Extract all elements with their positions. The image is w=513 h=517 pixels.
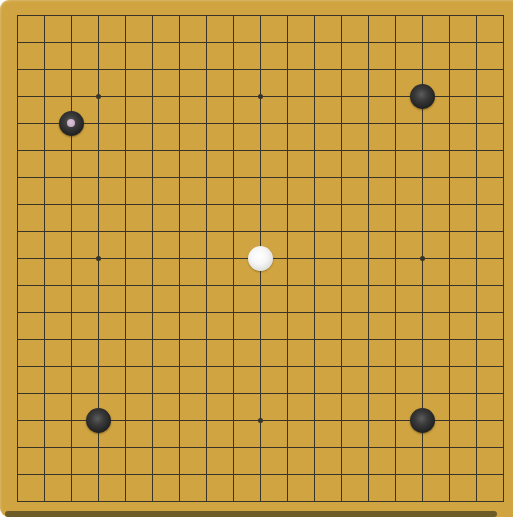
board-cell[interactable] <box>139 326 166 353</box>
board-cell[interactable] <box>382 2 409 29</box>
board-cell[interactable] <box>355 137 382 164</box>
board-cell[interactable] <box>139 272 166 299</box>
board-cell[interactable] <box>247 353 274 380</box>
board-cell[interactable] <box>31 164 58 191</box>
board-cell[interactable] <box>58 461 85 488</box>
board-cell[interactable] <box>193 191 220 218</box>
board-cell[interactable] <box>274 407 301 434</box>
board-cell[interactable] <box>490 353 513 380</box>
board-cell[interactable] <box>382 299 409 326</box>
board-cell[interactable] <box>409 380 436 407</box>
board-cell[interactable] <box>4 299 31 326</box>
board-cell[interactable] <box>328 164 355 191</box>
board-cell[interactable] <box>193 164 220 191</box>
board-cell[interactable] <box>328 407 355 434</box>
board-cell[interactable] <box>328 299 355 326</box>
board-cell[interactable] <box>328 488 355 515</box>
board-cell[interactable] <box>4 2 31 29</box>
board-cell[interactable] <box>490 326 513 353</box>
board-cell[interactable] <box>490 299 513 326</box>
board-cell[interactable] <box>85 218 112 245</box>
board-cell[interactable] <box>463 326 490 353</box>
board-cell[interactable] <box>382 164 409 191</box>
board-cell[interactable] <box>274 353 301 380</box>
board-cell[interactable] <box>31 461 58 488</box>
board-cell[interactable] <box>166 434 193 461</box>
board-cell[interactable] <box>274 434 301 461</box>
black-stone[interactable]: ● <box>59 111 84 136</box>
board-cell[interactable] <box>301 83 328 110</box>
board-cell[interactable] <box>355 272 382 299</box>
board-cell[interactable] <box>247 164 274 191</box>
board-cell[interactable] <box>193 110 220 137</box>
board-cell[interactable] <box>112 164 139 191</box>
board-cell[interactable] <box>139 137 166 164</box>
board-cell[interactable] <box>247 56 274 83</box>
board-cell[interactable] <box>139 461 166 488</box>
board-cell[interactable] <box>463 2 490 29</box>
board-cell[interactable] <box>328 461 355 488</box>
board-cell[interactable] <box>166 380 193 407</box>
board-cell[interactable] <box>58 380 85 407</box>
board-cell[interactable] <box>301 488 328 515</box>
board-cell[interactable] <box>220 272 247 299</box>
board-cell[interactable] <box>31 110 58 137</box>
board-cell[interactable] <box>193 380 220 407</box>
board-cell[interactable] <box>112 353 139 380</box>
board-cell[interactable] <box>328 56 355 83</box>
board-cell[interactable] <box>85 299 112 326</box>
board-cell[interactable] <box>436 488 463 515</box>
board-cell[interactable] <box>409 164 436 191</box>
board-cell[interactable] <box>85 56 112 83</box>
board-cell[interactable] <box>58 299 85 326</box>
board-cell[interactable] <box>4 83 31 110</box>
board-cell[interactable] <box>490 164 513 191</box>
board-cell[interactable] <box>31 56 58 83</box>
board-cell[interactable] <box>112 272 139 299</box>
board-cell[interactable] <box>4 164 31 191</box>
board-cell[interactable] <box>220 137 247 164</box>
board-cell[interactable] <box>220 2 247 29</box>
board-cell[interactable] <box>247 299 274 326</box>
board-cell[interactable] <box>463 137 490 164</box>
board-cell[interactable] <box>220 488 247 515</box>
board-cell[interactable] <box>355 434 382 461</box>
board-cell[interactable] <box>328 380 355 407</box>
board-cell[interactable] <box>463 461 490 488</box>
board-cell[interactable] <box>436 245 463 272</box>
board-cell[interactable] <box>436 434 463 461</box>
board-cell[interactable] <box>220 29 247 56</box>
board-cell[interactable] <box>382 110 409 137</box>
board-cell[interactable] <box>463 434 490 461</box>
board-cell[interactable] <box>436 353 463 380</box>
board-cell[interactable] <box>490 191 513 218</box>
board-cell[interactable] <box>193 461 220 488</box>
board-cell[interactable] <box>463 29 490 56</box>
board-cell[interactable] <box>463 56 490 83</box>
board-cell[interactable] <box>4 245 31 272</box>
board-cell[interactable] <box>31 29 58 56</box>
board-cell[interactable] <box>85 434 112 461</box>
board-cell[interactable] <box>382 380 409 407</box>
board-cell[interactable] <box>139 29 166 56</box>
board-cell[interactable] <box>247 326 274 353</box>
board-cell[interactable] <box>112 2 139 29</box>
board-cell[interactable] <box>4 488 31 515</box>
board-cell[interactable] <box>112 218 139 245</box>
board-cell[interactable] <box>382 434 409 461</box>
board-cell[interactable] <box>112 488 139 515</box>
board-cell[interactable] <box>409 326 436 353</box>
board-cell[interactable] <box>4 56 31 83</box>
board-cell[interactable] <box>31 488 58 515</box>
board-cell[interactable] <box>490 380 513 407</box>
board-cell[interactable] <box>220 56 247 83</box>
board-cell[interactable] <box>31 380 58 407</box>
board-cell[interactable] <box>4 29 31 56</box>
board-cell[interactable] <box>85 488 112 515</box>
board-cell[interactable] <box>274 380 301 407</box>
board-cell[interactable] <box>328 137 355 164</box>
board-cell[interactable] <box>382 29 409 56</box>
board-cell[interactable] <box>85 110 112 137</box>
board-cell[interactable] <box>409 137 436 164</box>
board-cell[interactable] <box>58 83 85 110</box>
board-cell[interactable] <box>247 2 274 29</box>
board-cell[interactable] <box>193 2 220 29</box>
board-cell[interactable] <box>463 488 490 515</box>
board-cell[interactable] <box>355 488 382 515</box>
board-cell[interactable] <box>301 2 328 29</box>
board-cell[interactable] <box>463 191 490 218</box>
board-cell[interactable] <box>301 218 328 245</box>
board-cell[interactable] <box>112 299 139 326</box>
board-cell[interactable] <box>4 191 31 218</box>
board-cell[interactable] <box>58 353 85 380</box>
board-cell[interactable] <box>85 326 112 353</box>
board-cell[interactable] <box>274 218 301 245</box>
board-cell[interactable] <box>436 110 463 137</box>
board-cell[interactable] <box>436 29 463 56</box>
board-cell[interactable] <box>274 488 301 515</box>
board-cell[interactable] <box>58 191 85 218</box>
board-cell[interactable] <box>139 83 166 110</box>
board-cell[interactable] <box>139 2 166 29</box>
board-cell[interactable] <box>409 272 436 299</box>
board-cell[interactable] <box>85 272 112 299</box>
board-cell[interactable] <box>247 488 274 515</box>
board-cell[interactable] <box>247 137 274 164</box>
board-cell[interactable] <box>436 299 463 326</box>
board-cell[interactable] <box>193 83 220 110</box>
board-cell[interactable] <box>355 29 382 56</box>
board-cell[interactable] <box>409 29 436 56</box>
board-cell[interactable] <box>220 245 247 272</box>
board-cell[interactable] <box>4 434 31 461</box>
board-cell[interactable] <box>274 245 301 272</box>
board-cell[interactable] <box>31 434 58 461</box>
board-cell[interactable] <box>166 326 193 353</box>
board-cell[interactable] <box>274 299 301 326</box>
board-cell[interactable] <box>58 326 85 353</box>
board-cell[interactable] <box>355 326 382 353</box>
board-cell[interactable] <box>58 164 85 191</box>
board-cell[interactable] <box>220 380 247 407</box>
board-cell[interactable] <box>112 56 139 83</box>
board-cell[interactable] <box>193 56 220 83</box>
board-cell[interactable] <box>139 110 166 137</box>
board-cell[interactable] <box>463 407 490 434</box>
board-cell[interactable] <box>139 380 166 407</box>
board-cell[interactable] <box>436 83 463 110</box>
board-cell[interactable] <box>490 407 513 434</box>
board-cell[interactable] <box>85 353 112 380</box>
board-cell[interactable] <box>436 461 463 488</box>
board-cell[interactable] <box>31 272 58 299</box>
board-cell[interactable] <box>328 2 355 29</box>
board-cell[interactable] <box>355 2 382 29</box>
board-cell[interactable] <box>463 299 490 326</box>
board-cell[interactable] <box>166 488 193 515</box>
board-cell[interactable] <box>193 434 220 461</box>
board-cell[interactable] <box>166 56 193 83</box>
board-cell[interactable] <box>382 326 409 353</box>
board-cell[interactable] <box>355 245 382 272</box>
board-cell[interactable] <box>409 353 436 380</box>
board-cell[interactable] <box>112 326 139 353</box>
board-cell[interactable] <box>436 326 463 353</box>
board-cell[interactable] <box>301 353 328 380</box>
board-cell[interactable] <box>274 2 301 29</box>
board-cell[interactable] <box>58 2 85 29</box>
board-cell[interactable] <box>274 29 301 56</box>
board-cell[interactable] <box>166 191 193 218</box>
board-cell[interactable] <box>4 461 31 488</box>
board-cell[interactable] <box>247 461 274 488</box>
board-cell[interactable] <box>463 164 490 191</box>
board-cell[interactable] <box>355 218 382 245</box>
board-cell[interactable] <box>139 191 166 218</box>
board-cell[interactable] <box>355 56 382 83</box>
board-cell[interactable] <box>409 2 436 29</box>
board-cell[interactable] <box>58 407 85 434</box>
board-cell[interactable] <box>31 218 58 245</box>
board-cell[interactable] <box>166 353 193 380</box>
board-cell[interactable] <box>58 245 85 272</box>
board-cell[interactable] <box>166 29 193 56</box>
board-cell[interactable] <box>112 407 139 434</box>
board-cell[interactable] <box>328 29 355 56</box>
board-cell[interactable] <box>4 110 31 137</box>
board-cell[interactable] <box>409 110 436 137</box>
black-stone[interactable]: ● <box>410 408 435 433</box>
board-cell[interactable] <box>409 299 436 326</box>
board-cell[interactable] <box>220 110 247 137</box>
board-cell[interactable] <box>436 2 463 29</box>
board-cell[interactable] <box>490 218 513 245</box>
board-cell[interactable] <box>31 2 58 29</box>
board-cell[interactable] <box>58 272 85 299</box>
board-cell[interactable] <box>4 218 31 245</box>
board-cell[interactable] <box>112 29 139 56</box>
board-cell[interactable] <box>166 299 193 326</box>
board-cell[interactable] <box>85 137 112 164</box>
board-cell[interactable] <box>85 380 112 407</box>
board-cell[interactable] <box>220 218 247 245</box>
board-cell[interactable] <box>274 137 301 164</box>
board-cell[interactable] <box>85 164 112 191</box>
board-cell[interactable] <box>301 461 328 488</box>
board-cell[interactable] <box>463 380 490 407</box>
board-cell[interactable] <box>382 245 409 272</box>
board-cell[interactable] <box>355 461 382 488</box>
board-cell[interactable] <box>220 326 247 353</box>
board-cell[interactable] <box>166 272 193 299</box>
board-cell[interactable] <box>31 137 58 164</box>
board-cell[interactable] <box>4 272 31 299</box>
board-cell[interactable] <box>328 245 355 272</box>
board-cell[interactable] <box>247 434 274 461</box>
board-cell[interactable] <box>193 407 220 434</box>
board-cell[interactable] <box>58 29 85 56</box>
board-cell[interactable] <box>409 218 436 245</box>
board-cell[interactable] <box>4 137 31 164</box>
board-cell[interactable] <box>382 272 409 299</box>
board-cell[interactable] <box>139 434 166 461</box>
board-cell[interactable] <box>436 191 463 218</box>
board-cell[interactable] <box>112 110 139 137</box>
board-cell[interactable] <box>112 83 139 110</box>
board-cell[interactable] <box>490 488 513 515</box>
board-cell[interactable] <box>139 56 166 83</box>
board-cell[interactable] <box>220 461 247 488</box>
board-cell[interactable] <box>247 191 274 218</box>
board-cell[interactable] <box>85 2 112 29</box>
board-cell[interactable] <box>139 245 166 272</box>
board-cell[interactable] <box>139 164 166 191</box>
board-cell[interactable] <box>328 218 355 245</box>
board-cell[interactable] <box>139 407 166 434</box>
board-cell[interactable] <box>220 434 247 461</box>
board-cell[interactable] <box>463 272 490 299</box>
board-cell[interactable] <box>85 461 112 488</box>
board-cell[interactable] <box>355 83 382 110</box>
board-cell[interactable] <box>112 137 139 164</box>
board-cell[interactable] <box>490 461 513 488</box>
board-cell[interactable] <box>382 137 409 164</box>
board-cell[interactable] <box>112 191 139 218</box>
board-cell[interactable] <box>58 218 85 245</box>
board-cell[interactable] <box>139 353 166 380</box>
board-cell[interactable] <box>436 164 463 191</box>
board-cell[interactable] <box>328 326 355 353</box>
board-cell[interactable] <box>301 326 328 353</box>
board-cell[interactable] <box>166 83 193 110</box>
board-cell[interactable] <box>4 353 31 380</box>
board-cell[interactable] <box>31 299 58 326</box>
board-cell[interactable] <box>193 299 220 326</box>
board-cell[interactable] <box>301 407 328 434</box>
board-cell[interactable] <box>193 326 220 353</box>
board-cell[interactable] <box>409 461 436 488</box>
board-cell[interactable] <box>139 299 166 326</box>
board-cell[interactable] <box>355 110 382 137</box>
board-cell[interactable] <box>166 110 193 137</box>
board-cell[interactable] <box>436 218 463 245</box>
board-cell[interactable] <box>274 83 301 110</box>
board-cell[interactable] <box>274 164 301 191</box>
board-cell[interactable] <box>301 56 328 83</box>
board-cell[interactable] <box>463 353 490 380</box>
board-cell[interactable] <box>328 191 355 218</box>
board-cell[interactable] <box>490 110 513 137</box>
board-cell[interactable] <box>355 380 382 407</box>
board-cell[interactable] <box>490 29 513 56</box>
board-cell[interactable] <box>220 407 247 434</box>
board-cell[interactable] <box>382 488 409 515</box>
board-cell[interactable] <box>193 245 220 272</box>
board-cell[interactable] <box>274 272 301 299</box>
board-cell[interactable] <box>193 137 220 164</box>
board-cell[interactable] <box>166 137 193 164</box>
board-cell[interactable] <box>247 218 274 245</box>
board-cell[interactable] <box>328 83 355 110</box>
board-cell[interactable] <box>436 56 463 83</box>
board-cell[interactable] <box>247 110 274 137</box>
board-cell[interactable] <box>463 245 490 272</box>
board-cell[interactable] <box>193 272 220 299</box>
board-cell[interactable] <box>31 83 58 110</box>
board-cell[interactable] <box>247 272 274 299</box>
board-cell[interactable] <box>409 56 436 83</box>
board-cell[interactable] <box>4 380 31 407</box>
board-cell[interactable] <box>382 218 409 245</box>
board-cell[interactable] <box>112 434 139 461</box>
board-cell[interactable] <box>301 137 328 164</box>
board-cell[interactable] <box>409 488 436 515</box>
board-cell[interactable] <box>220 83 247 110</box>
board-cell[interactable] <box>166 218 193 245</box>
board-cell[interactable] <box>166 164 193 191</box>
board-cell[interactable] <box>139 218 166 245</box>
board-cell[interactable] <box>301 245 328 272</box>
board-cell[interactable] <box>112 245 139 272</box>
board-cell[interactable] <box>436 380 463 407</box>
board-cell[interactable] <box>463 218 490 245</box>
board-cell[interactable] <box>301 110 328 137</box>
board-cell[interactable] <box>274 56 301 83</box>
board-cell[interactable] <box>58 137 85 164</box>
board-cell[interactable] <box>355 353 382 380</box>
board-cell[interactable] <box>193 353 220 380</box>
board-cell[interactable] <box>463 110 490 137</box>
board-cell[interactable] <box>166 407 193 434</box>
board-cell[interactable] <box>490 434 513 461</box>
board-cell[interactable] <box>490 56 513 83</box>
board-cell[interactable] <box>112 461 139 488</box>
board-cell[interactable] <box>328 272 355 299</box>
board-cell[interactable] <box>355 299 382 326</box>
board-cell[interactable] <box>328 110 355 137</box>
board-cell[interactable] <box>490 245 513 272</box>
board-cell[interactable] <box>220 164 247 191</box>
board-cell[interactable] <box>301 299 328 326</box>
board-cell[interactable] <box>355 164 382 191</box>
board-cell[interactable] <box>409 434 436 461</box>
board-cell[interactable] <box>490 83 513 110</box>
